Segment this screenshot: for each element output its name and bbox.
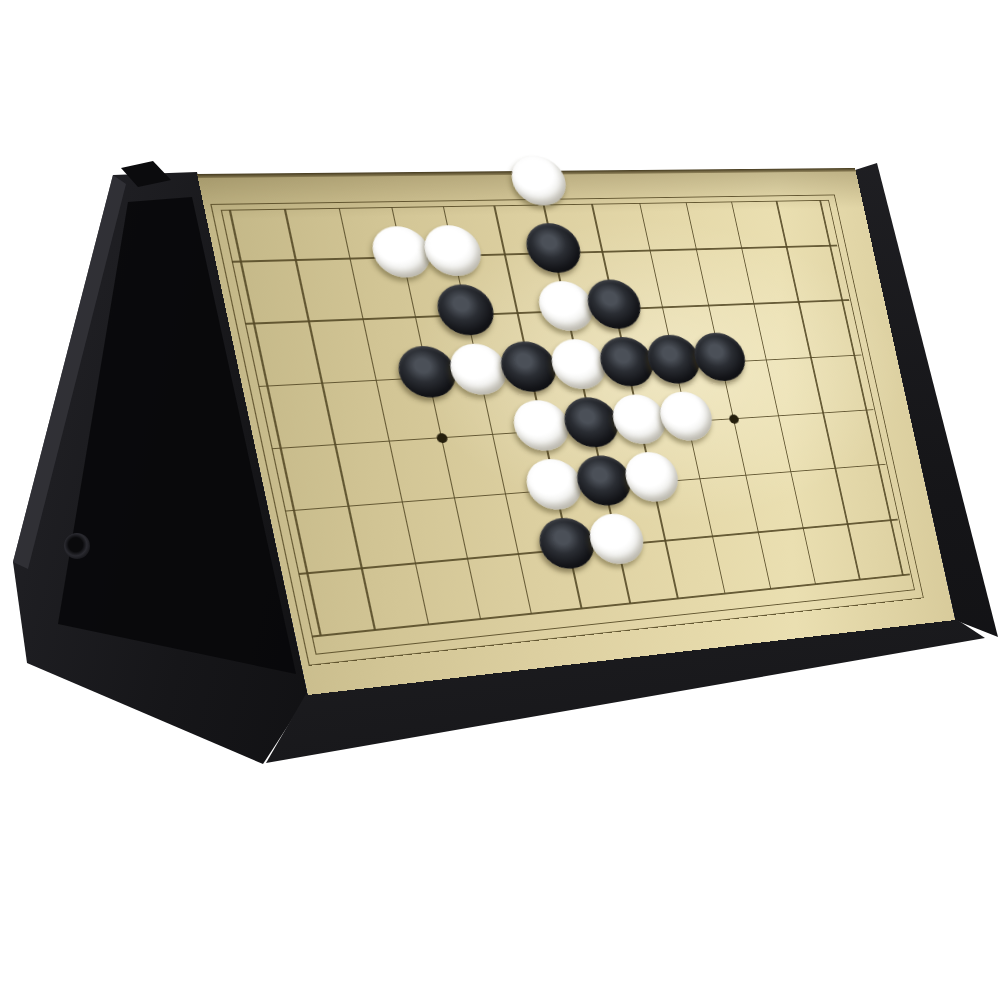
hinge-grommet-hole xyxy=(64,533,90,559)
product-photo-scene xyxy=(0,0,1001,1001)
go-board-surface xyxy=(197,168,955,695)
